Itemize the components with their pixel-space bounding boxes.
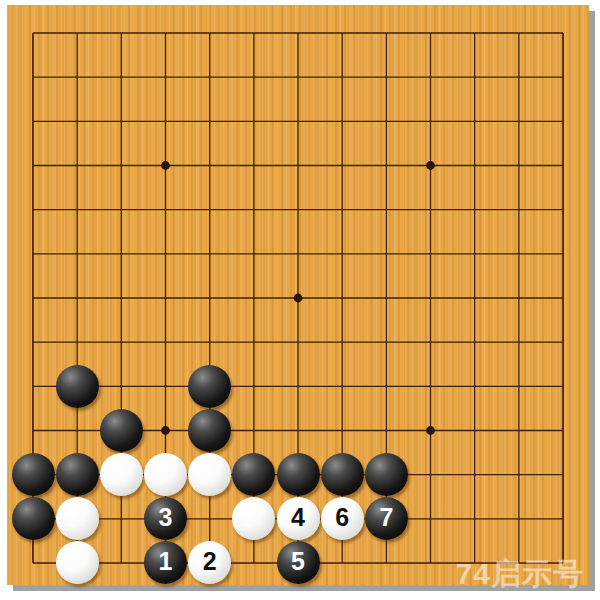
go-board: 3467125 <box>7 5 589 585</box>
stone-black <box>188 365 231 408</box>
stone-white-move-6: 6 <box>321 497 364 540</box>
stone-black <box>12 497 55 540</box>
move-number: 1 <box>159 549 173 574</box>
stone-black <box>232 453 275 496</box>
stone-black <box>56 365 99 408</box>
stone-white <box>188 453 231 496</box>
stone-black-move-5: 5 <box>277 541 320 584</box>
move-number: 6 <box>335 505 349 530</box>
move-number: 7 <box>379 505 393 530</box>
stone-white <box>144 453 187 496</box>
move-number: 5 <box>291 549 305 574</box>
stone-black <box>321 453 364 496</box>
move-number: 3 <box>159 505 173 530</box>
stones-grid: 3467125 <box>11 11 585 585</box>
stone-white <box>56 541 99 584</box>
watermark-text: 74启示号 <box>456 559 584 589</box>
stone-black-move-3: 3 <box>144 497 187 540</box>
stone-white <box>56 497 99 540</box>
stone-white-move-4: 4 <box>277 497 320 540</box>
stone-black-move-1: 1 <box>144 541 187 584</box>
stone-black <box>277 453 320 496</box>
move-number: 4 <box>291 505 305 530</box>
stone-black-move-7: 7 <box>365 497 408 540</box>
go-diagram-canvas: 3467125 74启示号 <box>0 0 600 600</box>
stone-black <box>100 409 143 452</box>
stone-white-move-2: 2 <box>188 541 231 584</box>
stone-black <box>188 409 231 452</box>
stone-black <box>56 453 99 496</box>
stone-white <box>232 497 275 540</box>
stone-white <box>100 453 143 496</box>
stone-black <box>365 453 408 496</box>
move-number: 2 <box>203 549 217 574</box>
stone-black <box>12 453 55 496</box>
